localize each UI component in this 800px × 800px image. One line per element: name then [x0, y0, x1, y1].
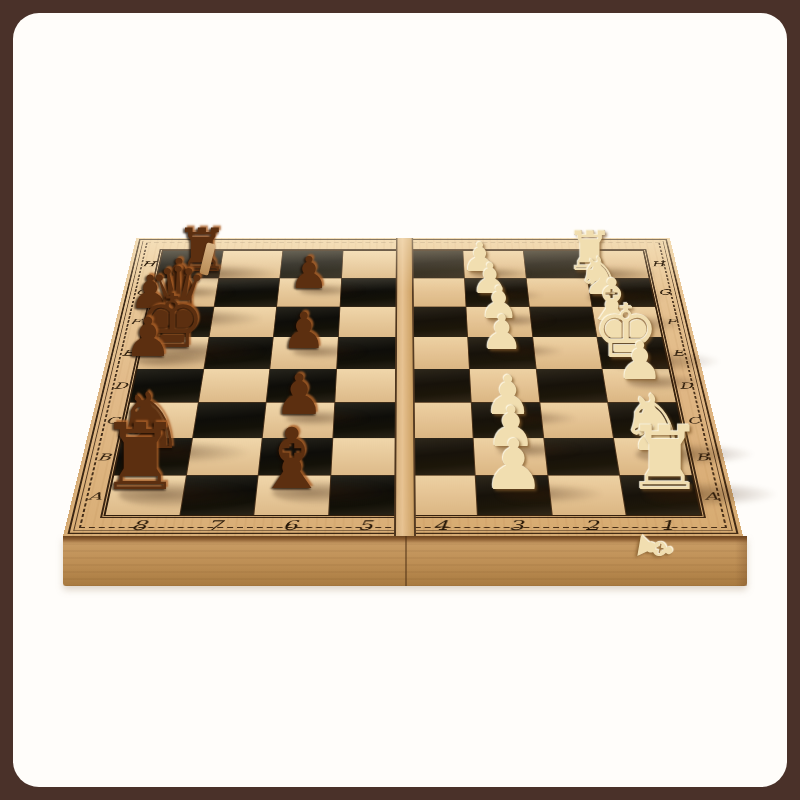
black-pawn-e7: ♟	[124, 311, 172, 365]
pawn-glyph: ♟	[483, 430, 546, 500]
white-pawn-a3: ♟	[483, 430, 546, 500]
pawn-glyph: ♟	[282, 306, 327, 356]
rook-glyph: ♜	[99, 412, 181, 504]
black-pawn-e6: ♟	[282, 306, 327, 356]
white-bishop-off-board: ♝	[629, 524, 681, 573]
product-photo: 87654321ABCDEFGHABCDEFGH ♜♞♜♟♛♚♟♟♝♟♟♟♜♞♟…	[13, 13, 787, 787]
rook-glyph: ♜	[626, 415, 705, 503]
photo-canvas: 87654321ABCDEFGHABCDEFGH ♜♞♜♟♛♚♟♟♝♟♟♟♜♞♟…	[13, 13, 787, 787]
pawn-glyph: ♟	[480, 308, 523, 356]
black-bishop-a6: ♝	[254, 417, 329, 501]
pawn-glyph: ♟	[289, 251, 328, 295]
black-pawn-g6: ♟	[289, 251, 328, 295]
bishop-glyph: ♝	[629, 524, 681, 573]
white-pawn-e3: ♟	[480, 308, 523, 356]
black-rook-a8: ♜	[99, 412, 181, 504]
photo-frame: 87654321ABCDEFGHABCDEFGH ♜♞♜♟♛♚♟♟♝♟♟♟♜♞♟…	[0, 0, 800, 800]
white-rook-a1: ♜	[626, 415, 705, 503]
pieces-layer: ♜♞♜♟♛♚♟♟♝♟♟♟♜♞♟♟♟♟♟♟♟♟♚♝♞♜♝	[13, 13, 787, 787]
bishop-glyph: ♝	[254, 417, 329, 501]
pawn-glyph: ♟	[124, 311, 172, 365]
